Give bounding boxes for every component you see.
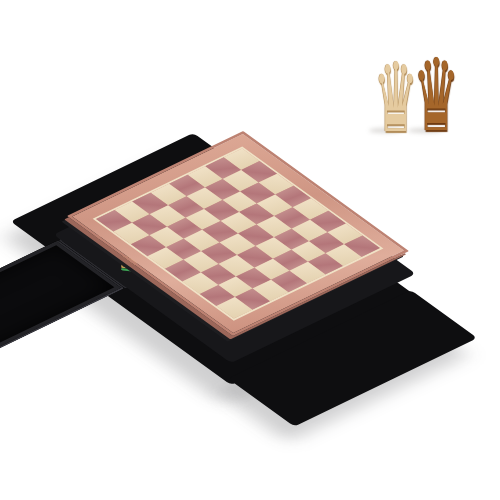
queen-glyph: ♛ — [413, 46, 437, 146]
product-photo: ♞♝♚♛♝♜♟♟♟♟♟ ♞♞♝♟♜♜♟♝♝♛♚ ♛♛ — [0, 0, 500, 500]
queen-glyph: ♛ — [374, 50, 397, 146]
standing-queen-dark: ♛ — [402, 46, 448, 132]
standing-queen-light: ♛ — [363, 50, 407, 132]
